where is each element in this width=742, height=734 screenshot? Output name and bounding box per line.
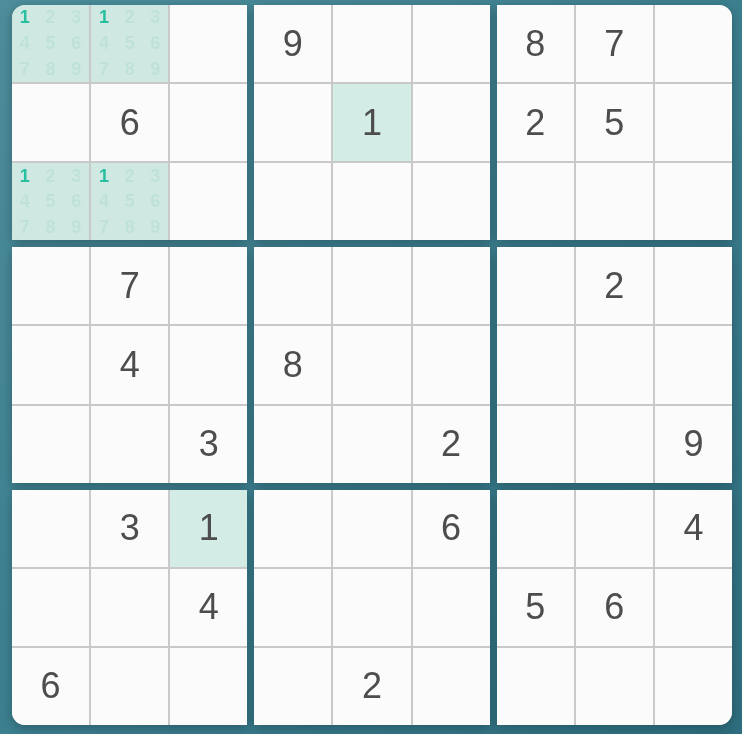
pencil-mark-8: 8 <box>117 59 143 80</box>
pencil-mark-9: 9 <box>63 217 89 238</box>
cell-r5c9[interactable] <box>655 326 732 403</box>
given-digit: 6 <box>120 102 140 144</box>
box-2-1: 743 <box>12 247 247 482</box>
box-1-1: 1234567891234567896123456789123456789 <box>12 5 247 240</box>
cell-r3c3[interactable] <box>170 163 247 240</box>
cell-r5c4[interactable]: 8 <box>254 326 331 403</box>
pencil-mark-6: 6 <box>143 33 169 54</box>
cell-r2c6[interactable] <box>413 84 490 161</box>
cell-r5c1[interactable] <box>12 326 89 403</box>
pencil-mark-5: 5 <box>117 33 143 54</box>
given-digit: 7 <box>604 23 624 65</box>
pencil-mark-9: 9 <box>143 59 169 80</box>
cell-r3c8[interactable] <box>576 163 653 240</box>
cell-r7c8[interactable] <box>576 490 653 567</box>
cell-r9c1[interactable]: 6 <box>12 648 89 725</box>
cell-r3c4[interactable] <box>254 163 331 240</box>
box-1-3: 8725 <box>497 5 732 240</box>
cell-r6c3[interactable]: 3 <box>170 406 247 483</box>
pencil-mark-7: 7 <box>91 217 117 238</box>
cell-r4c2[interactable]: 7 <box>91 247 168 324</box>
cell-r5c5[interactable] <box>333 326 410 403</box>
cell-r2c2[interactable]: 6 <box>91 84 168 161</box>
cell-r8c4[interactable] <box>254 569 331 646</box>
pencil-mark-4: 4 <box>12 33 38 54</box>
pencil-mark-5: 5 <box>117 191 143 212</box>
cell-r1c4[interactable]: 9 <box>254 5 331 82</box>
given-digit: 9 <box>283 23 303 65</box>
cell-r3c2[interactable]: 123456789 <box>91 163 168 240</box>
cell-r3c5[interactable] <box>333 163 410 240</box>
given-digit: 7 <box>120 265 140 307</box>
cell-r4c3[interactable] <box>170 247 247 324</box>
pencil-mark-7: 7 <box>91 59 117 80</box>
pencil-mark-7: 7 <box>12 59 38 80</box>
cell-r9c4[interactable] <box>254 648 331 725</box>
given-digit: 5 <box>525 586 545 628</box>
given-digit: 2 <box>604 265 624 307</box>
cell-r3c7[interactable] <box>497 163 574 240</box>
pencil-mark-5: 5 <box>38 191 64 212</box>
cell-r6c8[interactable] <box>576 406 653 483</box>
cell-r5c3[interactable] <box>170 326 247 403</box>
cell-r5c2[interactable]: 4 <box>91 326 168 403</box>
pencil-mark-4: 4 <box>12 191 38 212</box>
pencil-mark-6: 6 <box>143 191 169 212</box>
cell-r3c9[interactable] <box>655 163 732 240</box>
cell-r4c4[interactable] <box>254 247 331 324</box>
cell-r7c5[interactable] <box>333 490 410 567</box>
cell-r5c7[interactable] <box>497 326 574 403</box>
pencil-mark-1: 1 <box>91 166 117 187</box>
cell-r6c1[interactable] <box>12 406 89 483</box>
cell-r8c5[interactable] <box>333 569 410 646</box>
given-digit: 2 <box>525 102 545 144</box>
box-2-2: 82 <box>254 247 489 482</box>
cell-r1c9[interactable] <box>655 5 732 82</box>
given-digit: 4 <box>199 586 219 628</box>
cell-r2c4[interactable] <box>254 84 331 161</box>
cell-r1c7[interactable]: 8 <box>497 5 574 82</box>
cell-r1c8[interactable]: 7 <box>576 5 653 82</box>
cell-r6c6[interactable]: 2 <box>413 406 490 483</box>
box-3-1: 3146 <box>12 490 247 725</box>
given-digit: 2 <box>441 423 461 465</box>
given-digit: 5 <box>604 102 624 144</box>
given-digit: 6 <box>41 665 61 707</box>
pencil-mark-3: 3 <box>143 7 169 28</box>
cell-r4c9[interactable] <box>655 247 732 324</box>
cell-r6c5[interactable] <box>333 406 410 483</box>
pencil-mark-3: 3 <box>63 166 89 187</box>
given-digit: 3 <box>120 507 140 549</box>
pencil-mark-9: 9 <box>63 59 89 80</box>
pencil-mark-3: 3 <box>143 166 169 187</box>
cell-r4c5[interactable] <box>333 247 410 324</box>
given-digit: 1 <box>362 102 382 144</box>
cell-r7c9[interactable]: 4 <box>655 490 732 567</box>
pencil-mark-4: 4 <box>91 191 117 212</box>
cell-r9c2[interactable] <box>91 648 168 725</box>
cell-r8c1[interactable] <box>12 569 89 646</box>
pencil-mark-8: 8 <box>38 59 64 80</box>
box-2-3: 29 <box>497 247 732 482</box>
given-digit: 4 <box>120 344 140 386</box>
cell-r5c8[interactable] <box>576 326 653 403</box>
cell-r7c4[interactable] <box>254 490 331 567</box>
cell-r8c3[interactable]: 4 <box>170 569 247 646</box>
box-3-3: 456 <box>497 490 732 725</box>
cell-r2c8[interactable]: 5 <box>576 84 653 161</box>
pencil-mark-3: 3 <box>63 7 89 28</box>
given-digit: 6 <box>441 507 461 549</box>
cell-r1c2[interactable]: 123456789 <box>91 5 168 82</box>
given-digit: 8 <box>283 344 303 386</box>
app-background: 1234567891234567896123456789123456789918… <box>0 0 742 734</box>
sudoku-board: 1234567891234567896123456789123456789918… <box>12 5 732 725</box>
cell-r3c6[interactable] <box>413 163 490 240</box>
cell-r1c6[interactable] <box>413 5 490 82</box>
cell-r2c3[interactable] <box>170 84 247 161</box>
cell-r1c3[interactable] <box>170 5 247 82</box>
pencil-mark-8: 8 <box>117 217 143 238</box>
given-digit: 2 <box>362 665 382 707</box>
cell-r6c7[interactable] <box>497 406 574 483</box>
pencil-mark-6: 6 <box>63 33 89 54</box>
cell-r8c7[interactable]: 5 <box>497 569 574 646</box>
pencil-mark-9: 9 <box>143 217 169 238</box>
cell-r8c6[interactable] <box>413 569 490 646</box>
pencil-mark-1: 1 <box>12 166 38 187</box>
given-digit: 9 <box>683 423 703 465</box>
cell-r7c6[interactable]: 6 <box>413 490 490 567</box>
cell-r1c5[interactable] <box>333 5 410 82</box>
given-digit: 6 <box>604 586 624 628</box>
cell-r9c8[interactable] <box>576 648 653 725</box>
cell-r6c2[interactable] <box>91 406 168 483</box>
given-digit: 8 <box>525 23 545 65</box>
given-digit: 4 <box>683 507 703 549</box>
cell-r9c7[interactable] <box>497 648 574 725</box>
pencil-mark-2: 2 <box>38 7 64 28</box>
cell-r4c1[interactable] <box>12 247 89 324</box>
cell-r4c7[interactable] <box>497 247 574 324</box>
box-3-2: 62 <box>254 490 489 725</box>
cell-r4c8[interactable]: 2 <box>576 247 653 324</box>
cell-r9c3[interactable] <box>170 648 247 725</box>
pencil-mark-4: 4 <box>91 33 117 54</box>
cell-r8c9[interactable] <box>655 569 732 646</box>
cell-r7c2[interactable]: 3 <box>91 490 168 567</box>
pencil-mark-2: 2 <box>117 7 143 28</box>
cell-r9c6[interactable] <box>413 648 490 725</box>
cell-r6c4[interactable] <box>254 406 331 483</box>
pencil-mark-1: 1 <box>12 7 38 28</box>
cell-r8c2[interactable] <box>91 569 168 646</box>
cell-r9c9[interactable] <box>655 648 732 725</box>
cell-r4c6[interactable] <box>413 247 490 324</box>
cell-r7c1[interactable] <box>12 490 89 567</box>
pencil-mark-1: 1 <box>91 7 117 28</box>
cell-r7c3[interactable]: 1 <box>170 490 247 567</box>
cell-r9c5[interactable]: 2 <box>333 648 410 725</box>
pencil-mark-2: 2 <box>117 166 143 187</box>
pencil-mark-7: 7 <box>12 217 38 238</box>
cell-r2c5[interactable]: 1 <box>333 84 410 161</box>
pencil-mark-6: 6 <box>63 191 89 212</box>
given-digit: 1 <box>199 507 219 549</box>
cell-r6c9[interactable]: 9 <box>655 406 732 483</box>
given-digit: 3 <box>199 423 219 465</box>
cell-r1c1[interactable]: 123456789 <box>12 5 89 82</box>
pencil-mark-2: 2 <box>38 166 64 187</box>
cell-r8c8[interactable]: 6 <box>576 569 653 646</box>
pencil-mark-5: 5 <box>38 33 64 54</box>
cell-r2c9[interactable] <box>655 84 732 161</box>
cell-r2c7[interactable]: 2 <box>497 84 574 161</box>
cell-r3c1[interactable]: 123456789 <box>12 163 89 240</box>
cell-r5c6[interactable] <box>413 326 490 403</box>
box-1-2: 91 <box>254 5 489 240</box>
pencil-mark-8: 8 <box>38 217 64 238</box>
cell-r2c1[interactable] <box>12 84 89 161</box>
cell-r7c7[interactable] <box>497 490 574 567</box>
